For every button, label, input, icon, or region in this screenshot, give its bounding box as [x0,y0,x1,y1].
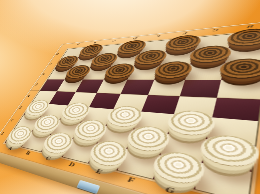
file-label-near-G: G [165,185,176,194]
file-label-far-H: H [246,24,254,29]
photo-scene: AABBCCDDEEFFGGHH1122334455667788 [0,0,260,194]
file-label-far-G: G [212,28,219,32]
